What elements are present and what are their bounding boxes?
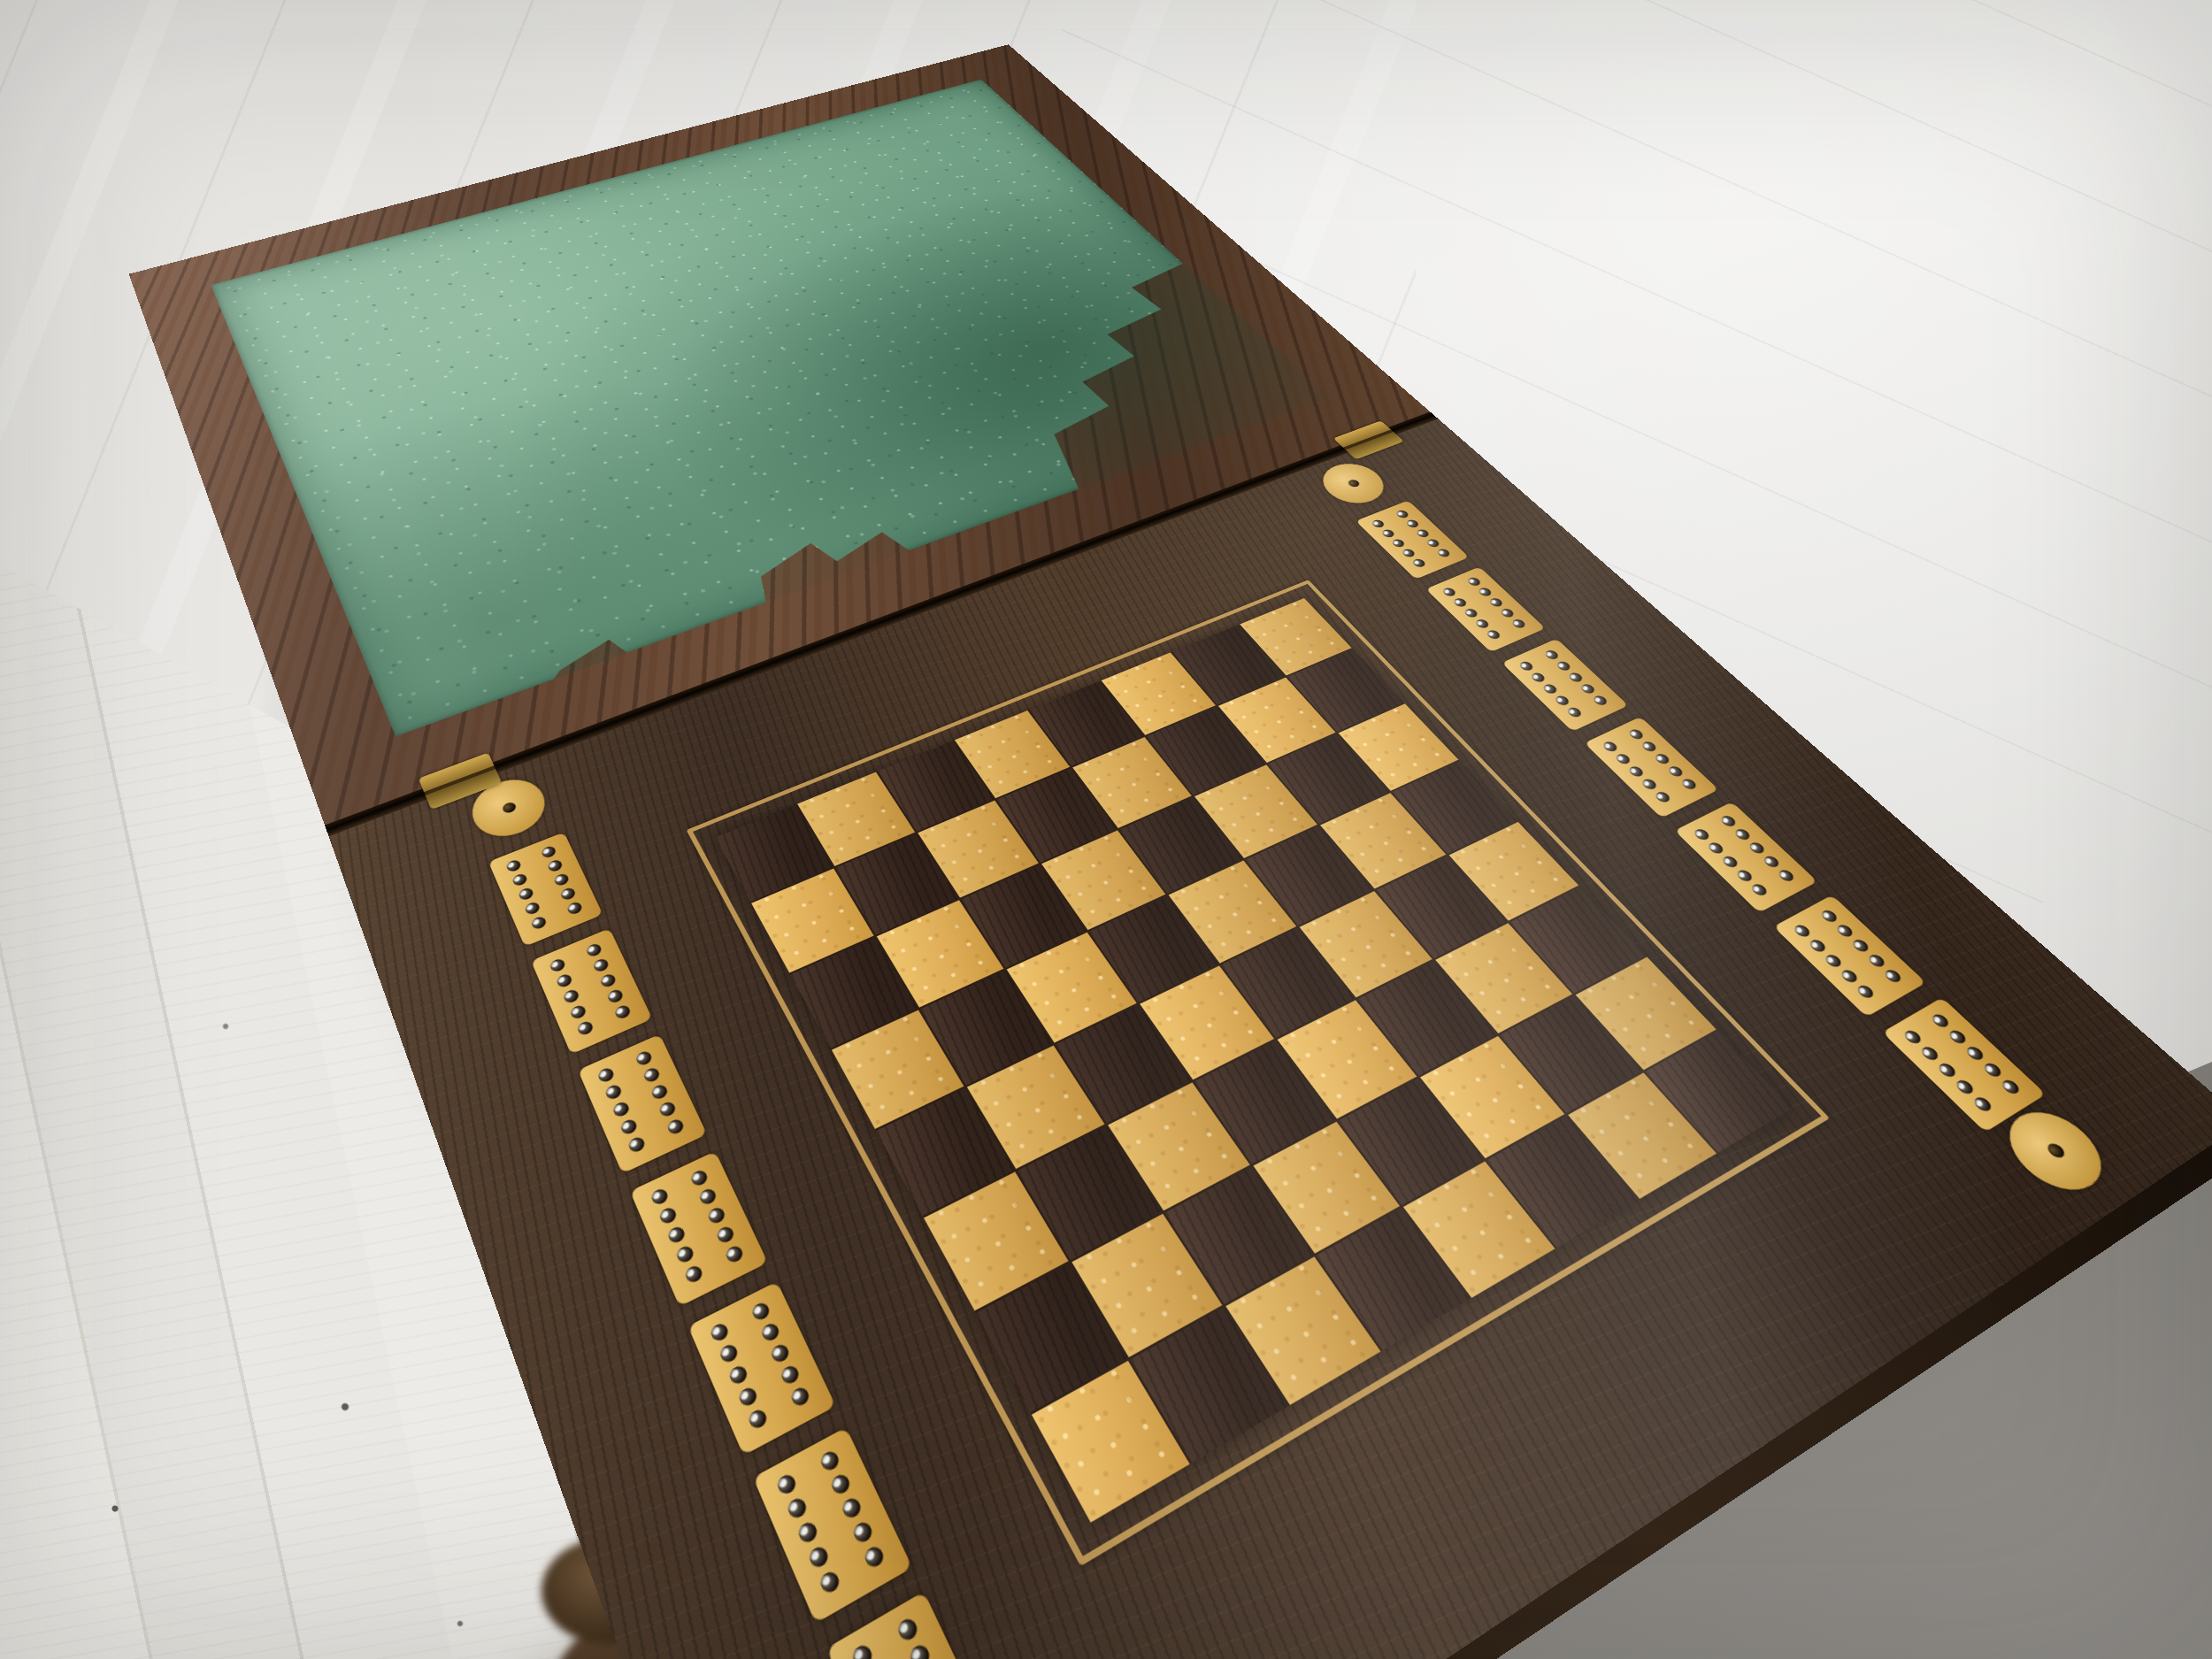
peg-hole [1477, 587, 1494, 597]
peg-hole [1883, 968, 1904, 984]
peg-hole [1474, 618, 1491, 630]
right-track-segment-4 [1585, 717, 1719, 818]
peg-hole [666, 1118, 686, 1136]
peg-hole [724, 1244, 744, 1264]
left-track-segment-5 [687, 1281, 835, 1455]
peg-hole [737, 1386, 759, 1409]
peg-hole [1466, 576, 1483, 587]
peg-hole [541, 845, 557, 859]
peg-hole [596, 1066, 615, 1084]
peg-hole [604, 1083, 624, 1101]
peg-hole [1735, 868, 1755, 883]
peg-hole [1463, 608, 1479, 619]
peg-hole [569, 1004, 588, 1021]
peg-hole [1839, 968, 1860, 984]
peg-hole [709, 1321, 730, 1343]
peg-hole [1415, 528, 1431, 538]
peg-hole [524, 901, 541, 916]
peg-hole [1567, 672, 1585, 684]
peg-hole [829, 1472, 852, 1497]
peg-hole [1954, 1079, 1976, 1096]
peg-hole [1653, 752, 1671, 765]
right-track-segment-2 [1425, 566, 1545, 652]
peg-hole [1792, 923, 1812, 938]
peg-hole [642, 1066, 661, 1084]
peg-hole [606, 988, 625, 1005]
peg-hole [1654, 790, 1672, 803]
peg-hole [840, 1495, 863, 1520]
peg-hole [547, 858, 564, 872]
peg-hole [747, 1408, 769, 1432]
peg-hole [613, 1003, 632, 1020]
peg-hole [505, 858, 522, 872]
peg-hole [1486, 629, 1502, 641]
peg-hole [1543, 649, 1560, 660]
right-track-segment-6 [1773, 895, 1926, 1017]
photo-scene [0, 0, 2212, 1659]
peg-hole [518, 887, 534, 902]
peg-hole [611, 1101, 631, 1119]
peg-hole [1601, 741, 1620, 754]
peg-hole [727, 1363, 749, 1386]
peg-hole [780, 1363, 802, 1386]
peg-hole [549, 957, 566, 973]
peg-hole [1541, 683, 1559, 695]
peg-hole [675, 1244, 695, 1264]
peg-hole [649, 1187, 670, 1207]
peg-hole [576, 1020, 595, 1037]
peg-hole [562, 988, 580, 1005]
peg-hole [715, 1225, 735, 1245]
peg-hole [1936, 1062, 1958, 1079]
left-track-segment-6 [753, 1427, 912, 1624]
peg-hole [530, 915, 548, 930]
peg-hole [863, 1544, 887, 1570]
peg-hole [556, 972, 573, 988]
peg-hole [1592, 695, 1609, 707]
peg-hole [1566, 706, 1584, 718]
right-track-segment-1 [1356, 500, 1469, 579]
peg-hole [2000, 1078, 2022, 1095]
peg-hole [789, 1385, 811, 1408]
peg-hole [908, 1642, 933, 1659]
peg-hole [1627, 765, 1646, 779]
peg-hole [698, 1187, 718, 1206]
peg-hole [1719, 814, 1739, 828]
peg-hole [689, 1169, 710, 1188]
right-track-segment-5 [1675, 802, 1818, 912]
peg-hole [1627, 728, 1645, 741]
peg-hole [1554, 695, 1571, 707]
peg-hole [1380, 528, 1396, 538]
peg-hole [1930, 1012, 1951, 1029]
peg-hole [1614, 752, 1632, 765]
peg-hole [1919, 1045, 1941, 1063]
peg-hole [1436, 548, 1452, 558]
right-track-segment-7 [1882, 997, 2046, 1132]
peg-hole [1964, 1045, 1986, 1063]
peg-hole [1530, 672, 1548, 684]
peg-hole [1405, 518, 1421, 528]
peg-hole [592, 957, 610, 973]
peg-hole [1902, 1028, 1924, 1045]
peg-hole [1371, 518, 1386, 528]
peg-hole [1835, 923, 1855, 938]
peg-hole [1441, 587, 1458, 597]
peg-hole [1982, 1061, 2004, 1079]
peg-hole [1425, 538, 1441, 549]
peg-hole [1693, 827, 1712, 841]
peg-hole [1579, 683, 1597, 695]
left-track-segment-3 [578, 1034, 707, 1174]
right-track-start-disc [1311, 457, 1395, 511]
peg-hole [627, 1135, 647, 1154]
peg-hole [1866, 953, 1887, 969]
peg-hole [818, 1448, 841, 1472]
left-track-segment-2 [531, 928, 652, 1055]
peg-hole [619, 1118, 639, 1136]
peg-hole [585, 942, 603, 958]
peg-hole [1411, 557, 1427, 568]
peg-hole [1517, 660, 1535, 672]
peg-hole [1679, 778, 1698, 791]
peg-hole [850, 1642, 875, 1659]
peg-hole [851, 1519, 875, 1545]
peg-hole [553, 872, 570, 887]
peg-hole [818, 1569, 841, 1595]
peg-hole [750, 1301, 772, 1322]
peg-hole [895, 1616, 920, 1643]
peg-hole [775, 1472, 798, 1497]
peg-hole [1947, 1028, 1969, 1045]
peg-hole [1666, 764, 1685, 778]
peg-hole [1855, 984, 1877, 1001]
peg-hole [1640, 778, 1659, 791]
peg-hole [1555, 660, 1573, 672]
peg-hole [1971, 1095, 1993, 1113]
peg-hole [786, 1495, 809, 1520]
peg-hole [683, 1263, 704, 1285]
peg-hole [1488, 597, 1505, 608]
left-track-segment-1 [488, 832, 603, 946]
peg-hole [1706, 841, 1725, 855]
peg-hole [760, 1321, 781, 1343]
peg-hole [1777, 868, 1796, 883]
peg-hole [706, 1206, 726, 1226]
peg-hole [1452, 597, 1469, 608]
peg-hole [599, 972, 617, 988]
peg-hole [1808, 938, 1828, 954]
peg-hole [796, 1520, 819, 1546]
peg-hole [1819, 909, 1839, 924]
peg-hole [718, 1342, 740, 1364]
peg-hole [1749, 882, 1769, 897]
peg-hole [650, 1083, 670, 1101]
peg-hole [1401, 548, 1417, 558]
peg-hole [511, 872, 528, 887]
peg-hole [1394, 510, 1410, 519]
peg-hole [1391, 538, 1407, 549]
peg-hole [1747, 841, 1767, 855]
peg-hole [634, 1049, 653, 1067]
right-track-segment-3 [1502, 639, 1628, 732]
peg-hole [666, 1225, 687, 1245]
peg-hole [658, 1206, 679, 1226]
peg-hole [1510, 618, 1527, 630]
peg-hole [1762, 855, 1781, 869]
peg-hole [1850, 938, 1870, 954]
peg-hole [559, 887, 577, 902]
peg-hole [807, 1544, 831, 1570]
peg-hole [1823, 953, 1843, 969]
peg-hole [566, 901, 584, 916]
peg-hole [1733, 827, 1753, 841]
peg-hole [770, 1342, 792, 1364]
peg-hole [658, 1100, 678, 1118]
peg-hole [1640, 740, 1659, 753]
peg-hole [1720, 855, 1740, 869]
left-track-segment-4 [630, 1151, 768, 1307]
peg-hole [1499, 608, 1516, 619]
